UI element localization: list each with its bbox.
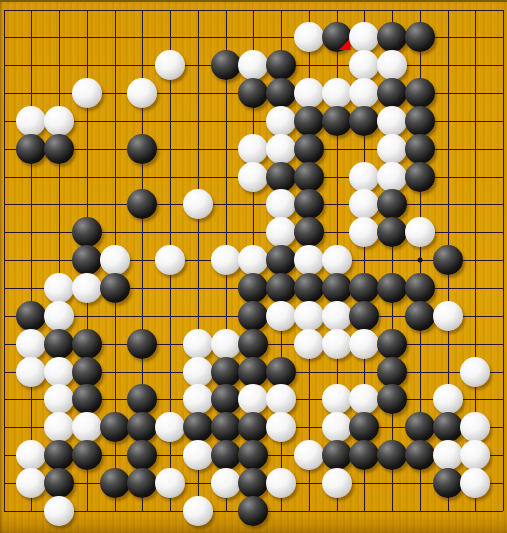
stone-black <box>127 412 157 442</box>
stone-black <box>211 440 241 470</box>
stone-white <box>349 162 379 192</box>
stone-black <box>405 273 435 303</box>
stone-black <box>433 468 463 498</box>
stone-black <box>183 412 213 442</box>
stone-black <box>238 496 268 526</box>
stone-white <box>16 468 46 498</box>
stone-black <box>72 217 102 247</box>
stone-black <box>294 189 324 219</box>
stone-black <box>127 384 157 414</box>
stone-white <box>183 384 213 414</box>
stone-white <box>322 384 352 414</box>
stone-white <box>349 384 379 414</box>
stone-white <box>155 50 185 80</box>
stone-black <box>266 78 296 108</box>
stone-black <box>72 329 102 359</box>
stone-black <box>405 134 435 164</box>
stone-white <box>349 329 379 359</box>
stone-white <box>433 384 463 414</box>
stone-white <box>377 50 407 80</box>
stone-white <box>322 329 352 359</box>
stone-white <box>266 412 296 442</box>
stone-white <box>266 468 296 498</box>
stone-white <box>211 329 241 359</box>
stone-black <box>16 301 46 331</box>
stone-black <box>405 78 435 108</box>
stone-black <box>127 329 157 359</box>
stone-black <box>266 273 296 303</box>
stone-black <box>377 440 407 470</box>
stone-white <box>183 440 213 470</box>
stone-white <box>460 468 490 498</box>
stone-white <box>238 162 268 192</box>
go-app-window <box>0 0 507 533</box>
stone-black <box>100 412 130 442</box>
stone-white <box>349 217 379 247</box>
stone-white <box>349 189 379 219</box>
stone-white <box>266 134 296 164</box>
stone-white <box>460 357 490 387</box>
stone-white <box>460 412 490 442</box>
stone-black <box>266 245 296 275</box>
stone-black <box>44 329 74 359</box>
stone-white <box>349 22 379 52</box>
stone-white <box>16 329 46 359</box>
stone-black <box>100 273 130 303</box>
stone-white <box>294 329 324 359</box>
stone-black <box>377 273 407 303</box>
stone-white <box>294 22 324 52</box>
stone-black <box>72 245 102 275</box>
stone-black <box>44 440 74 470</box>
stone-white <box>44 496 74 526</box>
stone-black <box>238 357 268 387</box>
stone-black <box>44 134 74 164</box>
stone-white <box>211 245 241 275</box>
stone-white <box>460 440 490 470</box>
stone-white <box>72 273 102 303</box>
stone-white <box>377 134 407 164</box>
stone-white <box>294 301 324 331</box>
stone-black <box>266 162 296 192</box>
stone-black <box>238 301 268 331</box>
stone-white <box>155 468 185 498</box>
stone-white <box>294 440 324 470</box>
stone-black <box>294 273 324 303</box>
stone-black <box>238 440 268 470</box>
stone-black <box>322 22 352 52</box>
stone-white <box>322 78 352 108</box>
stone-white <box>44 412 74 442</box>
stone-white <box>44 301 74 331</box>
stone-black <box>211 384 241 414</box>
stone-white <box>322 468 352 498</box>
stone-white <box>44 384 74 414</box>
stone-black <box>433 245 463 275</box>
stone-white <box>44 357 74 387</box>
stone-white <box>322 301 352 331</box>
stone-white <box>377 162 407 192</box>
stone-white <box>294 245 324 275</box>
stone-white <box>183 357 213 387</box>
stone-white <box>211 468 241 498</box>
stone-white <box>44 106 74 136</box>
stone-black <box>294 162 324 192</box>
stone-black <box>266 357 296 387</box>
stone-white <box>183 189 213 219</box>
stone-white <box>183 496 213 526</box>
stone-black <box>72 440 102 470</box>
stone-black <box>127 189 157 219</box>
stone-white <box>72 78 102 108</box>
grid-line-vertical <box>503 10 504 511</box>
stone-black <box>238 78 268 108</box>
stone-black <box>433 412 463 442</box>
stone-white <box>238 245 268 275</box>
stone-white <box>127 78 157 108</box>
stone-white <box>266 301 296 331</box>
stone-white <box>266 106 296 136</box>
go-board[interactable] <box>0 0 507 533</box>
stone-black <box>377 217 407 247</box>
stone-black <box>377 357 407 387</box>
stone-white <box>44 273 74 303</box>
stone-white <box>155 245 185 275</box>
stone-black <box>294 217 324 247</box>
stone-black <box>294 134 324 164</box>
stone-black <box>72 357 102 387</box>
stone-black <box>377 78 407 108</box>
stone-black <box>238 468 268 498</box>
stone-white <box>238 50 268 80</box>
stone-black <box>405 22 435 52</box>
stone-white <box>72 412 102 442</box>
stone-black <box>238 412 268 442</box>
stone-black <box>211 50 241 80</box>
stone-white <box>322 412 352 442</box>
stone-black <box>211 357 241 387</box>
stone-black <box>322 440 352 470</box>
stone-black <box>349 412 379 442</box>
stone-black <box>349 440 379 470</box>
stone-white <box>16 357 46 387</box>
stone-white <box>16 106 46 136</box>
stone-black <box>405 301 435 331</box>
stone-black <box>266 50 296 80</box>
stone-black <box>16 134 46 164</box>
stone-white <box>238 384 268 414</box>
stone-white <box>266 217 296 247</box>
stone-white <box>349 50 379 80</box>
stone-black <box>211 412 241 442</box>
stone-black <box>294 106 324 136</box>
stone-black <box>405 162 435 192</box>
stone-white <box>433 440 463 470</box>
stone-white <box>405 217 435 247</box>
stone-black <box>72 384 102 414</box>
stone-black <box>127 440 157 470</box>
stone-white <box>377 106 407 136</box>
stone-black <box>44 468 74 498</box>
stone-white <box>16 440 46 470</box>
stone-white <box>294 78 324 108</box>
stone-black <box>377 189 407 219</box>
stone-white <box>155 412 185 442</box>
stone-black <box>127 134 157 164</box>
stone-black <box>322 273 352 303</box>
stone-white <box>349 78 379 108</box>
stone-black <box>349 301 379 331</box>
stone-white <box>433 301 463 331</box>
stone-black <box>377 384 407 414</box>
stone-white <box>266 384 296 414</box>
stone-black <box>127 468 157 498</box>
stone-white <box>183 329 213 359</box>
stone-black <box>405 106 435 136</box>
stone-black <box>349 273 379 303</box>
stone-black <box>377 329 407 359</box>
stone-white <box>322 245 352 275</box>
stone-black <box>322 106 352 136</box>
star-point <box>417 258 422 263</box>
stone-black <box>405 440 435 470</box>
stone-white <box>100 245 130 275</box>
stone-black <box>349 106 379 136</box>
stone-white <box>266 189 296 219</box>
stone-black <box>238 273 268 303</box>
stone-black <box>405 412 435 442</box>
stone-black <box>100 468 130 498</box>
stone-black <box>377 22 407 52</box>
stone-black <box>238 329 268 359</box>
stone-white <box>238 134 268 164</box>
